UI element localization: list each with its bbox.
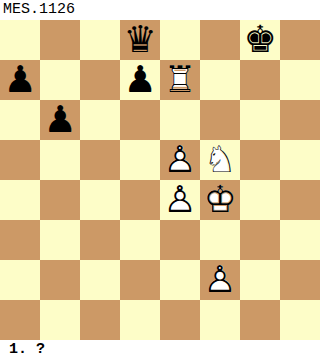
square-d6[interactable] [120,100,160,140]
white-pawn-piece: ♟♙ [200,260,240,300]
square-e3[interactable] [160,220,200,260]
square-f4[interactable]: ♚♔ [200,180,240,220]
piece-glyph-outline: ♙ [160,140,200,180]
square-a3[interactable] [0,220,40,260]
square-b3[interactable] [40,220,80,260]
square-d4[interactable] [120,180,160,220]
square-g1[interactable] [240,300,280,340]
square-h2[interactable] [280,260,320,300]
square-h8[interactable] [280,20,320,60]
square-f5[interactable]: ♞♘ [200,140,240,180]
square-d2[interactable] [120,260,160,300]
square-h6[interactable] [280,100,320,140]
square-e7[interactable]: ♜♖ [160,60,200,100]
chess-diagram-window: MES.1126 ♛♚♟♟♜♖♟♟♙♞♘♟♙♚♔♟♙ 1. ? [0,0,320,360]
square-c7[interactable] [80,60,120,100]
square-g3[interactable] [240,220,280,260]
square-f7[interactable] [200,60,240,100]
square-f2[interactable]: ♟♙ [200,260,240,300]
white-pawn-piece: ♟♙ [160,140,200,180]
square-a1[interactable] [0,300,40,340]
white-king-piece: ♚♔ [200,180,240,220]
square-h1[interactable] [280,300,320,340]
square-b7[interactable] [40,60,80,100]
square-a4[interactable] [0,180,40,220]
chess-board: ♛♚♟♟♜♖♟♟♙♞♘♟♙♚♔♟♙ [0,20,320,340]
piece-glyph-solid: ♟ [40,100,80,140]
piece-glyph-outline: ♖ [160,60,200,100]
piece-glyph-outline: ♙ [200,260,240,300]
square-f6[interactable] [200,100,240,140]
square-c3[interactable] [80,220,120,260]
square-b1[interactable] [40,300,80,340]
square-c5[interactable] [80,140,120,180]
square-a5[interactable] [0,140,40,180]
move-prompt: 1. ? [0,340,320,360]
black-pawn-piece: ♟ [40,100,80,140]
white-knight-piece: ♞♘ [200,140,240,180]
white-pawn-piece: ♟♙ [160,180,200,220]
piece-glyph-outline: ♘ [200,140,240,180]
square-h5[interactable] [280,140,320,180]
square-g6[interactable] [240,100,280,140]
diagram-title: MES.1126 [0,0,320,20]
square-f8[interactable] [200,20,240,60]
square-f3[interactable] [200,220,240,260]
square-g4[interactable] [240,180,280,220]
square-e2[interactable] [160,260,200,300]
square-c4[interactable] [80,180,120,220]
square-a8[interactable] [0,20,40,60]
piece-glyph-outline: ♔ [200,180,240,220]
square-d1[interactable] [120,300,160,340]
square-c2[interactable] [80,260,120,300]
square-g2[interactable] [240,260,280,300]
square-b4[interactable] [40,180,80,220]
square-b2[interactable] [40,260,80,300]
square-b5[interactable] [40,140,80,180]
square-e1[interactable] [160,300,200,340]
black-queen-piece: ♛ [120,20,160,60]
square-d8[interactable]: ♛ [120,20,160,60]
piece-glyph-solid: ♟ [0,60,40,100]
black-pawn-piece: ♟ [120,60,160,100]
square-c1[interactable] [80,300,120,340]
white-rook-piece: ♜♖ [160,60,200,100]
piece-glyph-outline: ♙ [160,180,200,220]
square-b6[interactable]: ♟ [40,100,80,140]
square-a7[interactable]: ♟ [0,60,40,100]
square-e8[interactable] [160,20,200,60]
black-pawn-piece: ♟ [0,60,40,100]
square-e5[interactable]: ♟♙ [160,140,200,180]
square-a2[interactable] [0,260,40,300]
black-king-piece: ♚ [240,20,280,60]
piece-glyph-solid: ♛ [120,20,160,60]
square-d7[interactable]: ♟ [120,60,160,100]
square-c6[interactable] [80,100,120,140]
piece-glyph-solid: ♟ [120,60,160,100]
square-h4[interactable] [280,180,320,220]
square-c8[interactable] [80,20,120,60]
square-f1[interactable] [200,300,240,340]
square-d5[interactable] [120,140,160,180]
square-a6[interactable] [0,100,40,140]
square-b8[interactable] [40,20,80,60]
square-h7[interactable] [280,60,320,100]
square-e6[interactable] [160,100,200,140]
square-g5[interactable] [240,140,280,180]
square-d3[interactable] [120,220,160,260]
square-h3[interactable] [280,220,320,260]
square-g7[interactable] [240,60,280,100]
square-g8[interactable]: ♚ [240,20,280,60]
square-e4[interactable]: ♟♙ [160,180,200,220]
piece-glyph-solid: ♚ [240,20,280,60]
